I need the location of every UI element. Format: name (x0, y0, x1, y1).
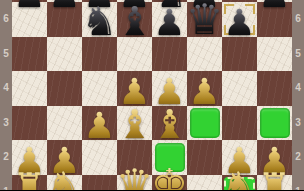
white-queen-d1[interactable]: ♛ (116, 164, 154, 190)
white-bishop-e3[interactable]: ♝ (152, 104, 188, 144)
black-pawn-g6[interactable]: ♟ (223, 5, 255, 41)
white-pawn-c3[interactable]: ♟ (83, 108, 115, 144)
chess-board: ♟♟♟♟♞♟♟♞♝♟♛♟♟♟♟♟♝♝♟♟♟♟♜♞♛♚♞♜ (12, 0, 292, 190)
square-h1[interactable]: ♜ (257, 175, 292, 191)
square-a3[interactable] (12, 106, 47, 141)
square-d3[interactable]: ♝ (117, 106, 152, 141)
rank-label-1: 1 (0, 186, 12, 190)
square-g6[interactable]: ♟ (222, 2, 257, 37)
legal-move-highlight-f3[interactable] (190, 108, 220, 138)
black-pawn-h7[interactable]: ♟ (258, 0, 290, 13)
square-g3[interactable] (222, 106, 257, 141)
white-bishop-d3[interactable]: ♝ (117, 104, 153, 144)
white-king-e1[interactable]: ♚ (151, 164, 189, 190)
square-h5[interactable] (257, 37, 292, 72)
legal-move-highlight-h3[interactable] (260, 108, 290, 138)
square-f2[interactable] (187, 140, 222, 175)
rank-label-6: 6 (292, 13, 304, 24)
square-g4[interactable] (222, 71, 257, 106)
square-c6[interactable]: ♞ (82, 2, 117, 37)
white-knight-g1[interactable]: ♞ (222, 166, 258, 190)
white-pawn-f4[interactable]: ♟ (188, 74, 220, 110)
square-c1[interactable] (82, 175, 117, 191)
rank-label-5: 5 (292, 48, 304, 59)
rank-label-2: 2 (292, 151, 304, 162)
white-rook-h1[interactable]: ♜ (257, 168, 291, 190)
white-knight-b1[interactable]: ♞ (47, 166, 83, 190)
rank-label-6: 6 (0, 13, 12, 24)
square-f1[interactable] (187, 175, 222, 191)
square-b1[interactable]: ♞ (47, 175, 82, 191)
square-d1[interactable]: ♛ (117, 175, 152, 191)
black-pawn-e6[interactable]: ♟ (153, 5, 185, 41)
square-f6[interactable]: ♛ (187, 2, 222, 37)
chess-app-window: ♟♟♟♟♞♟♟♞♝♟♛♟♟♟♟♟♝♝♟♟♟♟♜♞♛♚♞♜ 654321 6543… (0, 0, 304, 190)
black-pawn-b7[interactable]: ♟ (48, 0, 80, 13)
rank-labels-right: 654321 (292, 0, 304, 190)
rank-label-4: 4 (292, 82, 304, 93)
square-f4[interactable]: ♟ (187, 71, 222, 106)
square-b5[interactable] (47, 37, 82, 72)
square-h4[interactable] (257, 71, 292, 106)
black-bishop-d6[interactable]: ♝ (117, 1, 153, 41)
rank-label-1: 1 (292, 186, 304, 190)
square-b7[interactable]: ♟ (47, 0, 82, 2)
square-e3[interactable]: ♝ (152, 106, 187, 141)
square-e6[interactable]: ♟ (152, 2, 187, 37)
rank-label-5: 5 (0, 48, 12, 59)
rank-label-2: 2 (0, 151, 12, 162)
square-h7[interactable]: ♟ (257, 0, 292, 2)
square-a1[interactable]: ♜ (12, 175, 47, 191)
rank-label-3: 3 (292, 117, 304, 128)
square-a7[interactable]: ♟ (12, 0, 47, 2)
square-g1[interactable]: ♞ (222, 175, 257, 191)
black-knight-c6[interactable]: ♞ (82, 1, 118, 41)
rank-label-3: 3 (0, 117, 12, 128)
square-e1[interactable]: ♚ (152, 175, 187, 191)
square-d6[interactable]: ♝ (117, 2, 152, 37)
black-pawn-a7[interactable]: ♟ (13, 0, 45, 13)
square-h3[interactable] (257, 106, 292, 141)
square-c4[interactable] (82, 71, 117, 106)
square-b3[interactable] (47, 106, 82, 141)
square-c3[interactable]: ♟ (82, 106, 117, 141)
black-queen-f6[interactable]: ♛ (186, 0, 224, 41)
square-b4[interactable] (47, 71, 82, 106)
square-a4[interactable] (12, 71, 47, 106)
rank-label-4: 4 (0, 82, 12, 93)
white-rook-a1[interactable]: ♜ (12, 168, 46, 190)
rank-labels-left: 654321 (0, 0, 12, 190)
square-a5[interactable] (12, 37, 47, 72)
